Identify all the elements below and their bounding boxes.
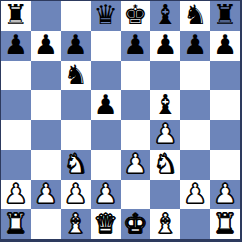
square-b6[interactable]	[31, 61, 61, 91]
square-h8[interactable]: ♜	[210, 1, 240, 31]
square-h2[interactable]: ♟	[210, 180, 240, 210]
square-b2[interactable]: ♟	[31, 180, 61, 210]
square-f4[interactable]: ♟	[150, 120, 180, 150]
square-d3[interactable]	[91, 150, 121, 180]
square-f3[interactable]: ♞	[150, 150, 180, 180]
square-b8[interactable]	[31, 1, 61, 31]
square-g5[interactable]	[180, 90, 210, 120]
piece-black-queen[interactable]: ♛	[93, 1, 117, 28]
square-c4[interactable]	[61, 120, 91, 150]
square-e1[interactable]: ♚	[121, 209, 151, 239]
square-b5[interactable]	[31, 90, 61, 120]
square-d6[interactable]	[91, 61, 121, 91]
square-a3[interactable]	[1, 150, 31, 180]
piece-black-pawn[interactable]: ♟	[153, 31, 177, 58]
piece-black-pawn[interactable]: ♟	[93, 91, 117, 118]
piece-white-bishop[interactable]: ♝	[153, 210, 177, 237]
piece-white-knight[interactable]: ♞	[153, 150, 177, 177]
square-g1[interactable]	[180, 209, 210, 239]
piece-black-knight[interactable]: ♞	[183, 1, 207, 28]
square-d8[interactable]: ♛	[91, 1, 121, 31]
square-b7[interactable]: ♟	[31, 31, 61, 61]
piece-white-knight[interactable]: ♞	[64, 150, 88, 177]
square-f5[interactable]: ♝	[150, 90, 180, 120]
square-f2[interactable]	[150, 180, 180, 210]
square-a6[interactable]	[1, 61, 31, 91]
chess-board: ♜♛♚♝♞♜♟♟♟♟♟♟♟♞♟♝♟♞♟♞♟♟♟♟♟♟♜♝♛♚♝♜	[0, 0, 242, 242]
square-f8[interactable]: ♝	[150, 1, 180, 31]
square-e7[interactable]: ♟	[121, 31, 151, 61]
square-a4[interactable]	[1, 120, 31, 150]
piece-white-pawn[interactable]: ♟	[64, 180, 88, 207]
square-e4[interactable]	[121, 120, 151, 150]
square-d7[interactable]	[91, 31, 121, 61]
square-g3[interactable]	[180, 150, 210, 180]
square-f7[interactable]: ♟	[150, 31, 180, 61]
piece-black-pawn[interactable]: ♟	[4, 31, 28, 58]
square-e5[interactable]	[121, 90, 151, 120]
square-a8[interactable]: ♜	[1, 1, 31, 31]
square-d4[interactable]	[91, 120, 121, 150]
square-d1[interactable]: ♛	[91, 209, 121, 239]
square-g4[interactable]	[180, 120, 210, 150]
square-g2[interactable]: ♟	[180, 180, 210, 210]
square-g8[interactable]: ♞	[180, 1, 210, 31]
square-e6[interactable]	[121, 61, 151, 91]
piece-white-bishop[interactable]: ♝	[64, 210, 88, 237]
square-a1[interactable]: ♜	[1, 209, 31, 239]
piece-white-pawn[interactable]: ♟	[183, 180, 207, 207]
square-b3[interactable]	[31, 150, 61, 180]
piece-black-pawn[interactable]: ♟	[213, 31, 237, 58]
square-c6[interactable]: ♞	[61, 61, 91, 91]
piece-white-rook[interactable]: ♜	[213, 210, 237, 237]
square-g6[interactable]	[180, 61, 210, 91]
square-h4[interactable]	[210, 120, 240, 150]
square-h7[interactable]: ♟	[210, 31, 240, 61]
square-c1[interactable]: ♝	[61, 209, 91, 239]
square-e2[interactable]	[121, 180, 151, 210]
square-b4[interactable]	[31, 120, 61, 150]
square-h5[interactable]	[210, 90, 240, 120]
square-e8[interactable]: ♚	[121, 1, 151, 31]
piece-white-king[interactable]: ♚	[123, 210, 147, 237]
square-d5[interactable]: ♟	[91, 90, 121, 120]
piece-black-pawn[interactable]: ♟	[64, 31, 88, 58]
square-h1[interactable]: ♜	[210, 209, 240, 239]
square-c5[interactable]	[61, 90, 91, 120]
piece-white-rook[interactable]: ♜	[4, 210, 28, 237]
square-a7[interactable]: ♟	[1, 31, 31, 61]
square-c2[interactable]: ♟	[61, 180, 91, 210]
piece-white-pawn[interactable]: ♟	[153, 120, 177, 147]
piece-white-pawn[interactable]: ♟	[123, 150, 147, 177]
square-f6[interactable]	[150, 61, 180, 91]
square-f1[interactable]: ♝	[150, 209, 180, 239]
square-b1[interactable]	[31, 209, 61, 239]
piece-white-pawn[interactable]: ♟	[34, 180, 58, 207]
piece-black-king[interactable]: ♚	[123, 1, 147, 28]
piece-black-pawn[interactable]: ♟	[123, 31, 147, 58]
square-c3[interactable]: ♞	[61, 150, 91, 180]
square-h6[interactable]	[210, 61, 240, 91]
piece-black-bishop[interactable]: ♝	[153, 91, 177, 118]
piece-black-bishop[interactable]: ♝	[153, 1, 177, 28]
piece-black-pawn[interactable]: ♟	[34, 31, 58, 58]
square-a2[interactable]: ♟	[1, 180, 31, 210]
piece-black-rook[interactable]: ♜	[213, 1, 237, 28]
square-g7[interactable]: ♟	[180, 31, 210, 61]
piece-white-pawn[interactable]: ♟	[4, 180, 28, 207]
square-h3[interactable]	[210, 150, 240, 180]
square-c7[interactable]: ♟	[61, 31, 91, 61]
square-e3[interactable]: ♟	[121, 150, 151, 180]
piece-black-knight[interactable]: ♞	[64, 61, 88, 88]
piece-black-pawn[interactable]: ♟	[183, 31, 207, 58]
square-d2[interactable]: ♟	[91, 180, 121, 210]
piece-white-pawn[interactable]: ♟	[93, 180, 117, 207]
square-a5[interactable]	[1, 90, 31, 120]
piece-white-pawn[interactable]: ♟	[213, 180, 237, 207]
piece-black-rook[interactable]: ♜	[4, 1, 28, 28]
piece-white-queen[interactable]: ♛	[93, 210, 117, 237]
square-c8[interactable]	[61, 1, 91, 31]
